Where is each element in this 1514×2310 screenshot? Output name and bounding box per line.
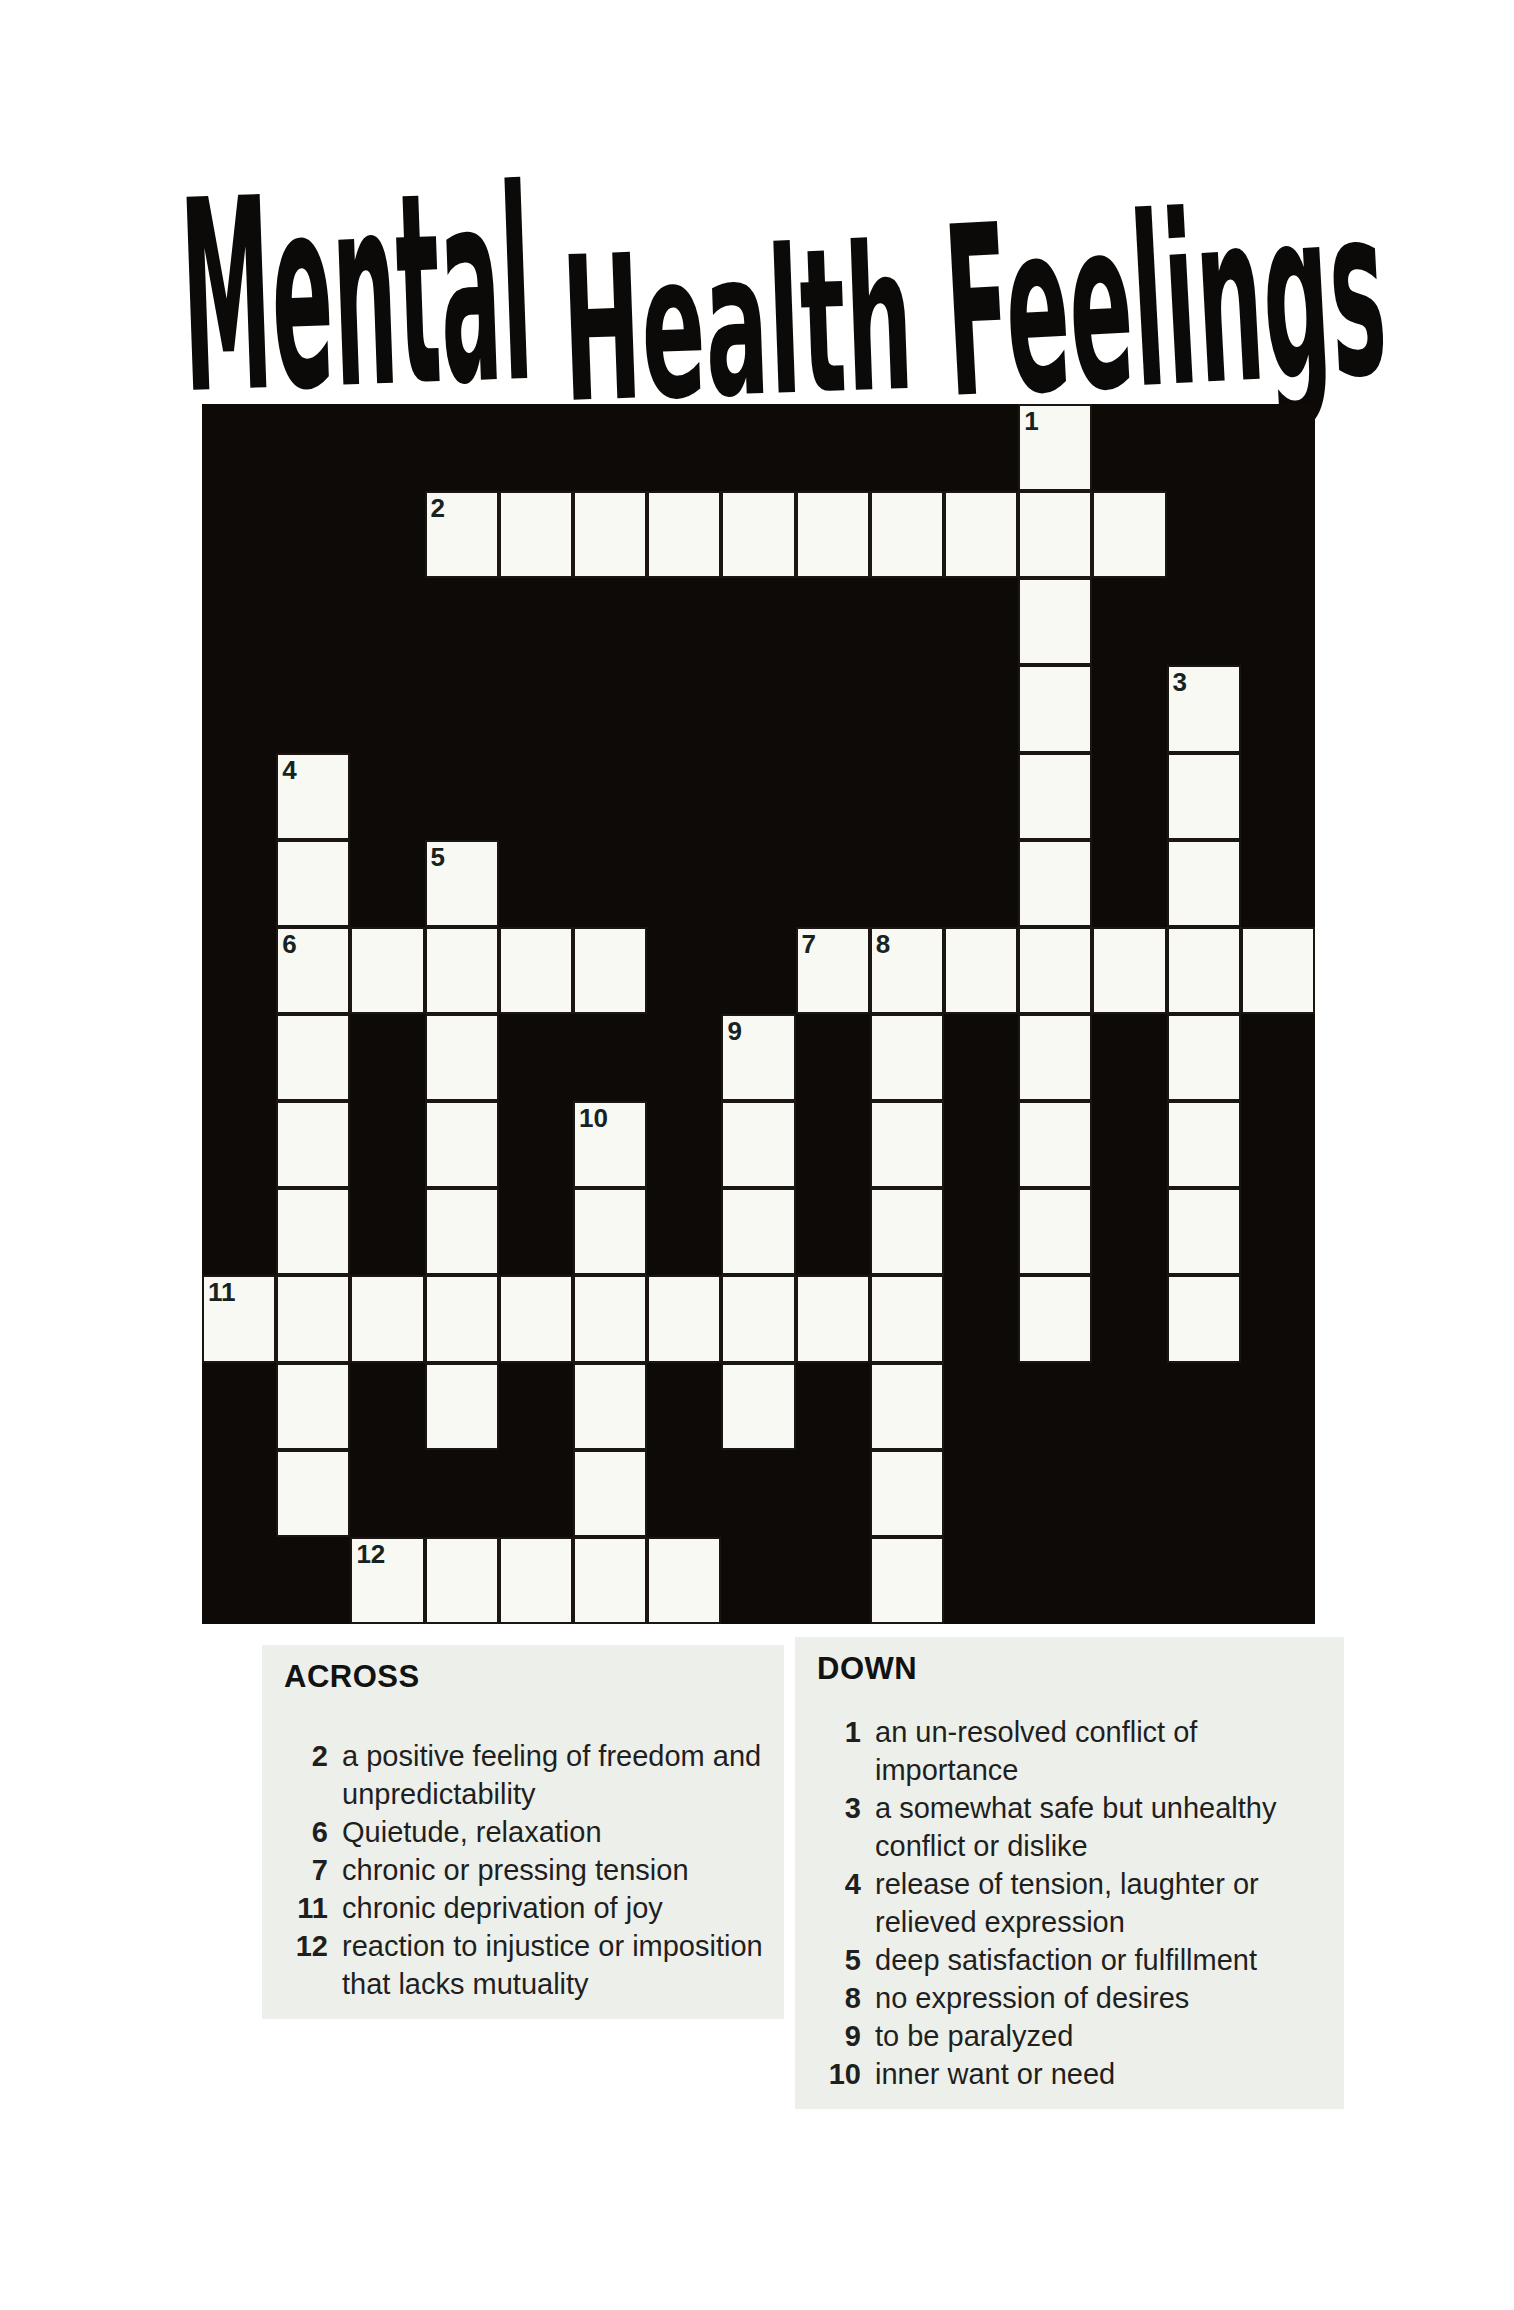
black-cell bbox=[1241, 1363, 1315, 1450]
black-cell bbox=[1241, 1450, 1315, 1537]
black-cell bbox=[350, 1014, 424, 1101]
black-cell bbox=[202, 1537, 276, 1624]
black-cell bbox=[1167, 404, 1241, 491]
clue-item: 8no expression of desires bbox=[817, 1979, 1334, 2017]
grid-cell[interactable] bbox=[425, 1537, 499, 1624]
black-cell bbox=[647, 1363, 721, 1450]
across-clue-list: 2a positive feeling of freedom and unpre… bbox=[284, 1737, 774, 2003]
grid-cell[interactable] bbox=[425, 1014, 499, 1101]
black-cell bbox=[647, 665, 721, 752]
black-cell bbox=[1092, 1450, 1166, 1537]
black-cell bbox=[499, 1363, 573, 1450]
grid-cell[interactable] bbox=[573, 491, 647, 578]
black-cell bbox=[796, 1450, 870, 1537]
cell-number-label: 8 bbox=[876, 929, 890, 959]
grid-cell[interactable] bbox=[721, 1275, 795, 1362]
down-panel: DOWN 1an un-resolved conflict of importa… bbox=[795, 1637, 1344, 2109]
grid-cell[interactable] bbox=[573, 1188, 647, 1275]
grid-cell[interactable] bbox=[944, 927, 1018, 1014]
cell-number-label: 10 bbox=[579, 1103, 608, 1133]
black-cell bbox=[1092, 578, 1166, 665]
black-cell bbox=[647, 404, 721, 491]
clue-text: chronic or pressing tension bbox=[342, 1851, 774, 1889]
black-cell bbox=[350, 665, 424, 752]
grid-cell[interactable] bbox=[1167, 927, 1241, 1014]
black-cell bbox=[944, 404, 1018, 491]
black-cell bbox=[573, 665, 647, 752]
grid-cell[interactable] bbox=[276, 1101, 350, 1188]
black-cell bbox=[573, 753, 647, 840]
grid-cell[interactable] bbox=[1167, 1101, 1241, 1188]
grid-cell[interactable] bbox=[1241, 927, 1315, 1014]
black-cell bbox=[1092, 665, 1166, 752]
black-cell bbox=[1241, 578, 1315, 665]
grid-cell[interactable] bbox=[647, 1537, 721, 1624]
clue-text: a somewhat safe but unhealthy conflict o… bbox=[875, 1789, 1315, 1865]
black-cell bbox=[573, 1014, 647, 1101]
grid-cell[interactable] bbox=[425, 1363, 499, 1450]
black-cell bbox=[350, 840, 424, 927]
title-wordart: Mental Health Feelings bbox=[135, 148, 1395, 448]
black-cell bbox=[202, 491, 276, 578]
crossword-grid: 123456789101112 bbox=[202, 404, 1315, 1624]
grid-cell[interactable] bbox=[276, 1014, 350, 1101]
grid-cell[interactable]: 4 bbox=[276, 753, 350, 840]
black-cell bbox=[499, 1188, 573, 1275]
grid-cell[interactable] bbox=[499, 491, 573, 578]
clue-number: 6 bbox=[284, 1813, 342, 1851]
clue-item: 2a positive feeling of freedom and unpre… bbox=[284, 1737, 774, 1813]
grid-cell[interactable] bbox=[1018, 1101, 1092, 1188]
black-cell bbox=[944, 1101, 1018, 1188]
clue-text: an un-resolved conflict of importance bbox=[875, 1713, 1315, 1789]
black-cell bbox=[350, 578, 424, 665]
grid-cell[interactable]: 7 bbox=[796, 927, 870, 1014]
black-cell bbox=[499, 840, 573, 927]
clue-number: 12 bbox=[284, 1927, 342, 1965]
grid-cell[interactable] bbox=[1092, 927, 1166, 1014]
grid-cell[interactable] bbox=[1167, 1188, 1241, 1275]
black-cell bbox=[721, 404, 795, 491]
black-cell bbox=[1241, 404, 1315, 491]
black-cell bbox=[944, 753, 1018, 840]
clue-text: deep satisfaction or fulfillment bbox=[875, 1941, 1315, 1979]
black-cell bbox=[721, 1537, 795, 1624]
down-header: DOWN bbox=[817, 1651, 1334, 1687]
clue-number: 2 bbox=[284, 1737, 342, 1775]
grid-cell[interactable]: 12 bbox=[350, 1537, 424, 1624]
black-cell bbox=[350, 1188, 424, 1275]
grid-cell[interactable] bbox=[796, 1275, 870, 1362]
black-cell bbox=[1241, 1014, 1315, 1101]
black-cell bbox=[870, 840, 944, 927]
grid-cell[interactable] bbox=[1018, 491, 1092, 578]
black-cell bbox=[573, 578, 647, 665]
black-cell bbox=[1167, 1450, 1241, 1537]
clue-number: 8 bbox=[817, 1979, 875, 2017]
grid-cell[interactable] bbox=[1018, 1275, 1092, 1362]
black-cell bbox=[499, 753, 573, 840]
grid-cell[interactable] bbox=[573, 1275, 647, 1362]
black-cell bbox=[350, 1450, 424, 1537]
black-cell bbox=[944, 1275, 1018, 1362]
grid-cell[interactable] bbox=[350, 927, 424, 1014]
grid-cell[interactable]: 3 bbox=[1167, 665, 1241, 752]
grid-cell[interactable] bbox=[276, 840, 350, 927]
grid-cell[interactable] bbox=[1167, 1014, 1241, 1101]
grid-cell[interactable] bbox=[1167, 1275, 1241, 1362]
grid-cell[interactable]: 10 bbox=[573, 1101, 647, 1188]
grid-cell[interactable] bbox=[1018, 840, 1092, 927]
clue-item: 11chronic deprivation of joy bbox=[284, 1889, 774, 1927]
grid-cell[interactable] bbox=[870, 1014, 944, 1101]
black-cell bbox=[796, 404, 870, 491]
black-cell bbox=[870, 665, 944, 752]
grid-cell[interactable]: 11 bbox=[202, 1275, 276, 1362]
black-cell bbox=[721, 578, 795, 665]
black-cell bbox=[499, 665, 573, 752]
grid-cell[interactable] bbox=[425, 1275, 499, 1362]
grid-cell[interactable]: 1 bbox=[1018, 404, 1092, 491]
black-cell bbox=[1167, 1537, 1241, 1624]
black-cell bbox=[1018, 1537, 1092, 1624]
black-cell bbox=[647, 1188, 721, 1275]
black-cell bbox=[350, 404, 424, 491]
grid-cell[interactable] bbox=[425, 1101, 499, 1188]
cell-number-label: 5 bbox=[431, 842, 445, 872]
cell-number-label: 3 bbox=[1173, 667, 1187, 697]
grid-cell[interactable] bbox=[870, 1101, 944, 1188]
black-cell bbox=[276, 578, 350, 665]
grid-cell[interactable] bbox=[425, 927, 499, 1014]
black-cell bbox=[1241, 1275, 1315, 1362]
clue-number: 3 bbox=[817, 1789, 875, 1827]
clue-item: 9to be paralyzed bbox=[817, 2017, 1334, 2055]
black-cell bbox=[350, 491, 424, 578]
black-cell bbox=[202, 1014, 276, 1101]
black-cell bbox=[944, 665, 1018, 752]
black-cell bbox=[202, 753, 276, 840]
black-cell bbox=[425, 404, 499, 491]
clue-item: 5deep satisfaction or fulfillment bbox=[817, 1941, 1334, 1979]
clue-text: to be paralyzed bbox=[875, 2017, 1315, 2055]
black-cell bbox=[1092, 1188, 1166, 1275]
black-cell bbox=[276, 404, 350, 491]
black-cell bbox=[647, 1450, 721, 1537]
grid-cell[interactable]: 9 bbox=[721, 1014, 795, 1101]
black-cell bbox=[276, 665, 350, 752]
black-cell bbox=[1241, 1537, 1315, 1624]
grid-cell[interactable] bbox=[870, 1537, 944, 1624]
black-cell bbox=[944, 1537, 1018, 1624]
black-cell bbox=[1092, 1537, 1166, 1624]
black-cell bbox=[647, 1014, 721, 1101]
cell-number-label: 11 bbox=[208, 1277, 236, 1307]
clue-number: 10 bbox=[817, 2055, 875, 2093]
black-cell bbox=[796, 1014, 870, 1101]
black-cell bbox=[499, 1450, 573, 1537]
grid-cell[interactable] bbox=[276, 1363, 350, 1450]
black-cell bbox=[796, 840, 870, 927]
across-panel: ACROSS 2a positive feeling of freedom an… bbox=[262, 1645, 784, 2019]
black-cell bbox=[1241, 840, 1315, 927]
grid-cell[interactable] bbox=[276, 1450, 350, 1537]
grid-cell[interactable] bbox=[499, 1537, 573, 1624]
clue-item: 6Quietude, relaxation bbox=[284, 1813, 774, 1851]
black-cell bbox=[944, 1363, 1018, 1450]
black-cell bbox=[1167, 491, 1241, 578]
black-cell bbox=[276, 1537, 350, 1624]
black-cell bbox=[202, 404, 276, 491]
clue-number: 1 bbox=[817, 1713, 875, 1751]
black-cell bbox=[1167, 578, 1241, 665]
grid-cell[interactable]: 5 bbox=[425, 840, 499, 927]
grid-cell[interactable] bbox=[870, 1450, 944, 1537]
black-cell bbox=[425, 665, 499, 752]
grid-cell[interactable] bbox=[573, 1537, 647, 1624]
clue-item: 3a somewhat safe but unhealthy conflict … bbox=[817, 1789, 1334, 1865]
black-cell bbox=[1241, 1101, 1315, 1188]
grid-cell[interactable]: 6 bbox=[276, 927, 350, 1014]
grid-cell[interactable] bbox=[870, 1188, 944, 1275]
across-header: ACROSS bbox=[284, 1659, 774, 1695]
grid-cell[interactable]: 8 bbox=[870, 927, 944, 1014]
grid-cell[interactable]: 2 bbox=[425, 491, 499, 578]
black-cell bbox=[350, 1363, 424, 1450]
clue-text: release of tension, laughter or relieved… bbox=[875, 1865, 1315, 1941]
cell-number-label: 1 bbox=[1024, 406, 1038, 436]
black-cell bbox=[425, 753, 499, 840]
cell-number-label: 4 bbox=[282, 755, 296, 785]
grid-cell[interactable] bbox=[870, 1275, 944, 1362]
black-cell bbox=[944, 578, 1018, 665]
black-cell bbox=[499, 404, 573, 491]
black-cell bbox=[1018, 1363, 1092, 1450]
black-cell bbox=[1092, 1014, 1166, 1101]
clue-item: 10inner want or need bbox=[817, 2055, 1334, 2093]
black-cell bbox=[721, 840, 795, 927]
grid-cell[interactable] bbox=[870, 491, 944, 578]
grid-cell[interactable] bbox=[276, 1275, 350, 1362]
grid-cell[interactable] bbox=[573, 927, 647, 1014]
grid-cell[interactable] bbox=[1092, 491, 1166, 578]
black-cell bbox=[202, 578, 276, 665]
black-cell bbox=[202, 665, 276, 752]
grid-cell[interactable] bbox=[721, 491, 795, 578]
black-cell bbox=[647, 927, 721, 1014]
grid-cell[interactable] bbox=[944, 491, 1018, 578]
grid-cell[interactable] bbox=[1018, 578, 1092, 665]
black-cell bbox=[425, 1450, 499, 1537]
black-cell bbox=[796, 1188, 870, 1275]
grid-cell[interactable] bbox=[573, 1363, 647, 1450]
grid-cell[interactable] bbox=[350, 1275, 424, 1362]
black-cell bbox=[350, 753, 424, 840]
black-cell bbox=[1241, 1188, 1315, 1275]
black-cell bbox=[721, 665, 795, 752]
grid-cell[interactable] bbox=[1167, 753, 1241, 840]
worksheet-page: { "game": "crossword", "title": { "text"… bbox=[0, 0, 1514, 2310]
clue-text: a positive feeling of freedom and unpred… bbox=[342, 1737, 774, 1813]
grid-cell[interactable] bbox=[870, 1363, 944, 1450]
black-cell bbox=[202, 927, 276, 1014]
black-cell bbox=[350, 1101, 424, 1188]
clue-text: reaction to injustice or imposition that… bbox=[342, 1927, 774, 2003]
cell-number-label: 9 bbox=[727, 1016, 741, 1046]
black-cell bbox=[870, 578, 944, 665]
cell-number-label: 7 bbox=[802, 929, 816, 959]
black-cell bbox=[796, 1101, 870, 1188]
black-cell bbox=[1241, 665, 1315, 752]
down-clue-list: 1an un-resolved conflict of importance3a… bbox=[817, 1713, 1334, 2093]
black-cell bbox=[573, 404, 647, 491]
cell-number-label: 12 bbox=[356, 1539, 385, 1569]
black-cell bbox=[202, 1101, 276, 1188]
grid-cell[interactable] bbox=[1018, 753, 1092, 840]
black-cell bbox=[647, 753, 721, 840]
grid-cell[interactable] bbox=[1167, 840, 1241, 927]
black-cell bbox=[796, 578, 870, 665]
black-cell bbox=[1092, 1275, 1166, 1362]
black-cell bbox=[1092, 1363, 1166, 1450]
clue-item: 7chronic or pressing tension bbox=[284, 1851, 774, 1889]
grid-cell[interactable] bbox=[499, 1275, 573, 1362]
grid-cell[interactable] bbox=[647, 491, 721, 578]
grid-cell[interactable] bbox=[573, 1450, 647, 1537]
grid-cell[interactable] bbox=[721, 1101, 795, 1188]
black-cell bbox=[499, 1101, 573, 1188]
black-cell bbox=[796, 1363, 870, 1450]
black-cell bbox=[1092, 840, 1166, 927]
grid-cell[interactable] bbox=[1018, 665, 1092, 752]
black-cell bbox=[1092, 1101, 1166, 1188]
black-cell bbox=[647, 1101, 721, 1188]
grid-cell[interactable] bbox=[647, 1275, 721, 1362]
black-cell bbox=[1241, 753, 1315, 840]
black-cell bbox=[202, 1188, 276, 1275]
grid-cell[interactable] bbox=[1018, 1188, 1092, 1275]
black-cell bbox=[425, 578, 499, 665]
grid-cell[interactable] bbox=[1018, 927, 1092, 1014]
cell-number-label: 6 bbox=[282, 929, 296, 959]
black-cell bbox=[647, 840, 721, 927]
grid-cell[interactable] bbox=[796, 491, 870, 578]
black-cell bbox=[499, 578, 573, 665]
black-cell bbox=[721, 927, 795, 1014]
black-cell bbox=[796, 665, 870, 752]
grid-cell[interactable] bbox=[425, 1188, 499, 1275]
clue-text: inner want or need bbox=[875, 2055, 1315, 2093]
black-cell bbox=[1018, 1450, 1092, 1537]
clue-number: 5 bbox=[817, 1941, 875, 1979]
black-cell bbox=[870, 404, 944, 491]
black-cell bbox=[1092, 753, 1166, 840]
clue-text: Quietude, relaxation bbox=[342, 1813, 774, 1851]
clue-item: 12reaction to injustice or imposition th… bbox=[284, 1927, 774, 2003]
black-cell bbox=[944, 1450, 1018, 1537]
black-cell bbox=[202, 1363, 276, 1450]
black-cell bbox=[202, 1450, 276, 1537]
black-cell bbox=[721, 1450, 795, 1537]
grid-cell[interactable] bbox=[276, 1188, 350, 1275]
clue-number: 9 bbox=[817, 2017, 875, 2055]
clue-item: 4release of tension, laughter or relieve… bbox=[817, 1865, 1334, 1941]
title-word-mental: Mental bbox=[176, 148, 537, 448]
black-cell bbox=[1241, 491, 1315, 578]
black-cell bbox=[276, 491, 350, 578]
clue-item: 1an un-resolved conflict of importance bbox=[817, 1713, 1334, 1789]
black-cell bbox=[944, 1188, 1018, 1275]
grid-cell[interactable] bbox=[499, 927, 573, 1014]
cell-number-label: 2 bbox=[431, 493, 445, 523]
black-cell bbox=[202, 840, 276, 927]
black-cell bbox=[944, 840, 1018, 927]
grid-cell[interactable] bbox=[721, 1363, 795, 1450]
clue-text: chronic deprivation of joy bbox=[342, 1889, 774, 1927]
black-cell bbox=[1167, 1363, 1241, 1450]
clue-number: 4 bbox=[817, 1865, 875, 1903]
black-cell bbox=[721, 753, 795, 840]
black-cell bbox=[1092, 404, 1166, 491]
clue-number: 11 bbox=[284, 1889, 342, 1927]
grid-cell[interactable] bbox=[721, 1188, 795, 1275]
grid-cell[interactable] bbox=[1018, 1014, 1092, 1101]
clue-number: 7 bbox=[284, 1851, 342, 1889]
page-title: Mental Health Feelings bbox=[135, 148, 1395, 448]
black-cell bbox=[573, 840, 647, 927]
black-cell bbox=[499, 1014, 573, 1101]
black-cell bbox=[796, 753, 870, 840]
clue-text: no expression of desires bbox=[875, 1979, 1315, 2017]
black-cell bbox=[647, 578, 721, 665]
black-cell bbox=[870, 753, 944, 840]
black-cell bbox=[944, 1014, 1018, 1101]
black-cell bbox=[796, 1537, 870, 1624]
